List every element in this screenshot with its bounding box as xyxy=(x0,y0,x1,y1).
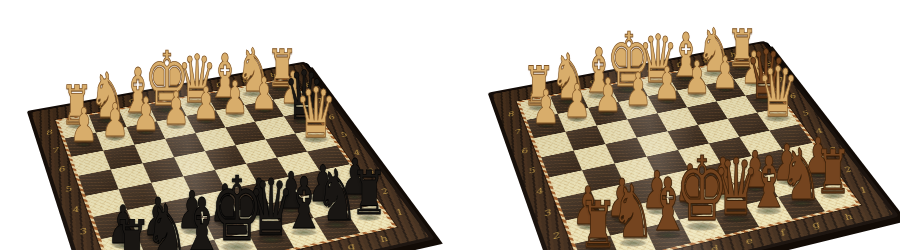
coordinate-label: e xyxy=(645,67,654,73)
coordinate-label: e xyxy=(184,87,193,93)
coordinate-label: 7 xyxy=(512,128,521,135)
coordinate-label: 4 xyxy=(534,187,544,196)
coordinate-label: 7 xyxy=(50,146,59,153)
coordinate-label: 1 xyxy=(856,186,868,195)
coordinate-label: c xyxy=(127,97,135,103)
coordinate-label: h xyxy=(377,234,389,243)
coordinate-label: 6 xyxy=(326,114,336,121)
coordinate-label: h xyxy=(268,72,277,78)
squares-grid xyxy=(520,58,857,250)
coordinate-label: d xyxy=(616,72,625,78)
coordinate-label: 5 xyxy=(799,109,809,116)
coordinate-label: 3 xyxy=(77,227,87,236)
coordinate-label: 8 xyxy=(506,110,515,117)
coordinate-label: 4 xyxy=(70,205,80,214)
coordinate-label: 8 xyxy=(763,61,773,67)
coordinate-label: 4 xyxy=(813,127,824,134)
coordinate-label: b xyxy=(558,84,567,91)
coordinate-label: d xyxy=(155,92,164,98)
coordinate-label: f xyxy=(777,228,786,237)
coordinate-label: 1 xyxy=(393,208,405,217)
coordinate-label: 3 xyxy=(364,167,375,175)
coordinate-label: f xyxy=(674,62,681,68)
rope-trim xyxy=(55,77,397,250)
coordinate-label: h xyxy=(728,51,737,57)
coordinate-label: 4 xyxy=(351,149,362,156)
coordinate-label: a xyxy=(67,108,75,115)
coordinate-label: 5 xyxy=(63,184,72,192)
coordinate-label: d xyxy=(708,244,720,250)
board-border: 8877665544332211aabbccddeeffgghh xyxy=(31,64,429,250)
coordinate-label: 8 xyxy=(303,81,313,87)
coordinate-label: 5 xyxy=(526,166,536,174)
coordinate-label: 8 xyxy=(44,128,53,135)
coordinate-label: 2 xyxy=(841,165,852,173)
coordinate-label: c xyxy=(588,78,596,84)
coordinate-label: 5 xyxy=(338,131,348,138)
wooden-board: 8877665544332211aabbccddeeffgghh xyxy=(488,41,900,250)
coordinate-label: g xyxy=(700,57,709,63)
coordinate-label: 3 xyxy=(542,208,552,217)
left-chessboard: 8877665544332211aabbccddeeffgghh♜♞♝♚♛♝♞♜… xyxy=(0,0,450,250)
coordinate-label: f xyxy=(214,82,221,88)
coordinate-label: 2 xyxy=(550,231,560,241)
coordinate-label: 2 xyxy=(378,187,389,195)
coordinate-label: g xyxy=(240,77,249,83)
board-border: 8877665544332211aabbccddeeffgghh xyxy=(492,43,893,250)
coordinate-label: 7 xyxy=(314,97,324,104)
coordinate-label: g xyxy=(344,242,356,250)
coordinate-label: 6 xyxy=(787,92,797,99)
right-chessboard: 8877665544332211aabbccddeeffgghh♜♞♝♚♛♝♞♜… xyxy=(450,0,900,250)
coordinate-label: g xyxy=(809,220,821,229)
squares-grid xyxy=(59,79,393,250)
wooden-board: 8877665544332211aabbccddeeffgghh xyxy=(27,62,435,250)
chess-sets-product-photo: 8877665544332211aabbccddeeffgghh♜♞♝♚♛♝♞♜… xyxy=(0,0,900,250)
coordinate-label: 7 xyxy=(775,76,785,83)
coordinate-label: a xyxy=(528,89,536,96)
coordinate-label: b xyxy=(97,102,106,109)
coordinate-label: h xyxy=(841,212,853,221)
coordinate-label: 3 xyxy=(827,146,838,154)
coordinate-label: 6 xyxy=(57,165,66,173)
coordinate-label: e xyxy=(742,236,753,246)
coordinate-label: 6 xyxy=(519,147,528,155)
